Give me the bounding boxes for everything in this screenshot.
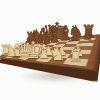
chess-set-photo: ♜♞♝♛♚♝♞♜♟♟♟♟♟♟♟♟♟♟♟♟♟♟♟♟♜♞♝♛♚♝♞♜ — [0, 0, 100, 100]
square-h1 — [64, 58, 87, 66]
